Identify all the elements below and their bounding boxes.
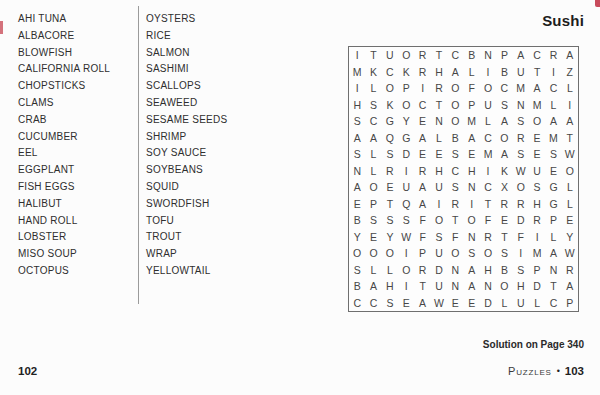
grid-cell[interactable]: P bbox=[464, 97, 480, 114]
grid-cell[interactable]: I bbox=[480, 163, 496, 180]
word-list-item: SQUID bbox=[146, 179, 227, 196]
page-number-left: 102 bbox=[18, 365, 37, 377]
grid-cell[interactable]: O bbox=[496, 278, 512, 295]
grid-cell[interactable]: C bbox=[382, 64, 398, 81]
grid-cell[interactable]: R bbox=[513, 130, 529, 147]
grid-cell[interactable]: N bbox=[464, 179, 480, 196]
grid-cell[interactable]: O bbox=[398, 47, 414, 64]
word-list-item: CALIFORNIA ROLL bbox=[18, 61, 110, 78]
grid-cell[interactable]: L bbox=[562, 179, 578, 196]
grid-cell[interactable]: T bbox=[414, 278, 430, 295]
grid-cell[interactable]: G bbox=[382, 113, 398, 130]
grid-cell[interactable]: A bbox=[562, 47, 578, 64]
grid-cell[interactable]: M bbox=[513, 80, 529, 97]
grid-cell[interactable]: A bbox=[513, 47, 529, 64]
grid-cell[interactable]: A bbox=[545, 113, 561, 130]
grid-cell[interactable]: A bbox=[545, 245, 561, 262]
grid-cell[interactable]: D bbox=[529, 278, 545, 295]
grid-cell[interactable]: Q bbox=[398, 196, 414, 213]
grid-cell[interactable]: H bbox=[349, 97, 365, 114]
grid-cell[interactable]: O bbox=[464, 212, 480, 229]
grid-cell[interactable]: I bbox=[349, 47, 365, 64]
grid-cell[interactable]: O bbox=[447, 97, 463, 114]
word-list-item: SHRIMP bbox=[146, 129, 227, 146]
grid-cell[interactable]: W bbox=[513, 163, 529, 180]
grid-cell[interactable]: Y bbox=[382, 229, 398, 246]
grid-cell[interactable]: P bbox=[414, 245, 430, 262]
grid-cell[interactable]: L bbox=[365, 163, 381, 180]
grid-cell[interactable]: C bbox=[365, 113, 381, 130]
scan-edge-mark-top-right bbox=[595, 0, 600, 7]
grid-cell[interactable]: H bbox=[513, 278, 529, 295]
word-list-item: LOBSTER bbox=[18, 229, 110, 246]
grid-cell[interactable]: A bbox=[464, 130, 480, 147]
grid-cell[interactable]: R bbox=[480, 229, 496, 246]
grid-cell[interactable]: S bbox=[382, 212, 398, 229]
grid-cell[interactable]: O bbox=[365, 179, 381, 196]
grid-cell[interactable]: N bbox=[464, 229, 480, 246]
grid-cell[interactable]: Q bbox=[382, 130, 398, 147]
grid-cell[interactable]: H bbox=[480, 262, 496, 279]
grid-cell[interactable]: E bbox=[464, 295, 480, 312]
grid-cell[interactable]: M bbox=[529, 245, 545, 262]
grid-cell[interactable]: A bbox=[529, 80, 545, 97]
word-list-item: EGGPLANT bbox=[18, 162, 110, 179]
grid-cell[interactable]: A bbox=[464, 278, 480, 295]
grid-cell[interactable]: O bbox=[447, 113, 463, 130]
grid-cell[interactable]: F bbox=[414, 212, 430, 229]
grid-cell[interactable]: K bbox=[496, 163, 512, 180]
footer-bullet: • bbox=[557, 366, 560, 376]
grid-cell[interactable]: M bbox=[545, 130, 561, 147]
grid-cell[interactable]: W bbox=[562, 245, 578, 262]
grid-cell[interactable]: N bbox=[545, 262, 561, 279]
grid-cell[interactable]: S bbox=[447, 179, 463, 196]
grid-cell[interactable]: A bbox=[414, 196, 430, 213]
grid-cell[interactable]: A bbox=[464, 262, 480, 279]
grid-cell[interactable]: A bbox=[414, 130, 430, 147]
grid-cell[interactable]: H bbox=[431, 64, 447, 81]
word-list-item: RICE bbox=[146, 28, 227, 45]
grid-cell[interactable]: S bbox=[529, 179, 545, 196]
grid-cell[interactable]: I bbox=[398, 245, 414, 262]
grid-cell[interactable]: E bbox=[562, 212, 578, 229]
grid-cell[interactable]: R bbox=[431, 80, 447, 97]
grid-cell[interactable]: B bbox=[464, 47, 480, 64]
grid-cell[interactable]: A bbox=[365, 278, 381, 295]
grid-cell[interactable]: O bbox=[431, 212, 447, 229]
grid-cell[interactable]: O bbox=[447, 80, 463, 97]
puzzles-label: Puzzles bbox=[508, 365, 552, 377]
grid-cell[interactable]: A bbox=[562, 113, 578, 130]
word-list-item: CUCUMBER bbox=[18, 129, 110, 146]
grid-cell[interactable]: O bbox=[496, 130, 512, 147]
grid-cell[interactable]: M bbox=[529, 97, 545, 114]
grid-cell[interactable]: B bbox=[349, 278, 365, 295]
grid-cell[interactable]: F bbox=[414, 229, 430, 246]
grid-cell[interactable]: R bbox=[414, 163, 430, 180]
grid-cell[interactable]: C bbox=[414, 97, 430, 114]
grid-cell[interactable]: T bbox=[431, 97, 447, 114]
grid-cell[interactable]: T bbox=[545, 278, 561, 295]
grid-cell[interactable]: I bbox=[431, 196, 447, 213]
grid-cell[interactable]: I bbox=[562, 97, 578, 114]
word-list-column-2: OYSTERSRICESALMONSASHIMISCALLOPSSEAWEEDS… bbox=[146, 11, 227, 280]
grid-cell[interactable]: R bbox=[562, 262, 578, 279]
grid-cell[interactable]: O bbox=[529, 113, 545, 130]
grid-cell[interactable]: A bbox=[349, 179, 365, 196]
grid-cell[interactable]: L bbox=[464, 64, 480, 81]
grid-cell[interactable]: P bbox=[365, 196, 381, 213]
grid-cell[interactable]: G bbox=[398, 130, 414, 147]
grid-cell[interactable]: C bbox=[545, 295, 561, 312]
grid-cell[interactable]: I bbox=[349, 80, 365, 97]
scan-edge-mark-left bbox=[0, 21, 3, 34]
grid-cell[interactable]: R bbox=[513, 196, 529, 213]
grid-cell[interactable]: E bbox=[382, 179, 398, 196]
grid-cell[interactable]: S bbox=[349, 262, 365, 279]
grid-cell[interactable]: S bbox=[496, 245, 512, 262]
grid-cell[interactable]: O bbox=[447, 245, 463, 262]
grid-cell[interactable]: D bbox=[513, 212, 529, 229]
grid-cell[interactable]: F bbox=[480, 212, 496, 229]
grid-cell[interactable]: E bbox=[365, 229, 381, 246]
grid-cell[interactable]: O bbox=[398, 97, 414, 114]
grid-cell[interactable]: R bbox=[447, 196, 463, 213]
word-list-item: SALMON bbox=[146, 45, 227, 62]
word-list-item: CLAMS bbox=[18, 95, 110, 112]
grid-cell[interactable]: T bbox=[562, 130, 578, 147]
grid-cell[interactable]: C bbox=[447, 47, 463, 64]
grid-cell[interactable]: S bbox=[365, 212, 381, 229]
word-list-item: SOYBEANS bbox=[146, 162, 227, 179]
grid-cell[interactable]: M bbox=[480, 146, 496, 163]
grid-cell[interactable]: A bbox=[349, 130, 365, 147]
grid-cell[interactable]: I bbox=[398, 163, 414, 180]
word-list-item: SWORDFISH bbox=[146, 196, 227, 213]
grid-cell[interactable]: H bbox=[382, 278, 398, 295]
grid-cell[interactable]: S bbox=[513, 113, 529, 130]
word-list-item: TOFU bbox=[146, 213, 227, 230]
grid-cell[interactable]: Y bbox=[398, 113, 414, 130]
grid-cell[interactable]: L bbox=[382, 262, 398, 279]
grid-cell[interactable]: C bbox=[349, 295, 365, 312]
grid-cell[interactable]: N bbox=[431, 113, 447, 130]
grid-cell[interactable]: K bbox=[398, 64, 414, 81]
word-list-item: OCTOPUS bbox=[18, 263, 110, 280]
grid-cell[interactable]: N bbox=[480, 278, 496, 295]
grid-cell[interactable]: U bbox=[480, 97, 496, 114]
grid-cell[interactable]: P bbox=[529, 262, 545, 279]
word-list-item: YELLOWTAIL bbox=[146, 263, 227, 280]
grid-cell[interactable]: D bbox=[431, 262, 447, 279]
grid-cell[interactable]: F bbox=[447, 229, 463, 246]
grid-cell[interactable]: R bbox=[382, 163, 398, 180]
grid-cell[interactable]: I bbox=[513, 245, 529, 262]
grid-cell[interactable]: A bbox=[365, 130, 381, 147]
grid-cell[interactable]: O bbox=[398, 262, 414, 279]
word-list-item: ALBACORE bbox=[18, 28, 110, 45]
grid-cell[interactable]: A bbox=[496, 146, 512, 163]
grid-cell[interactable]: T bbox=[447, 212, 463, 229]
grid-cell[interactable]: R bbox=[545, 47, 561, 64]
grid-cell[interactable]: L bbox=[545, 229, 561, 246]
grid-cell[interactable]: G bbox=[545, 196, 561, 213]
grid-cell[interactable]: T bbox=[365, 47, 381, 64]
grid-cell[interactable]: F bbox=[513, 229, 529, 246]
book-page-spread: AHI TUNAALBACOREBLOWFISHCALIFORNIA ROLLC… bbox=[0, 0, 600, 395]
word-list-item: OYSTERS bbox=[146, 11, 227, 28]
word-list-item: WRAP bbox=[146, 246, 227, 263]
grid-cell[interactable]: W bbox=[562, 146, 578, 163]
grid-cell[interactable]: E bbox=[529, 130, 545, 147]
grid-cell[interactable]: P bbox=[545, 212, 561, 229]
grid-cell[interactable]: U bbox=[431, 278, 447, 295]
grid-cell[interactable]: Z bbox=[562, 64, 578, 81]
grid-cell[interactable]: O bbox=[562, 163, 578, 180]
grid-cell[interactable]: C bbox=[480, 179, 496, 196]
grid-cell[interactable]: N bbox=[513, 97, 529, 114]
grid-cell[interactable]: O bbox=[480, 80, 496, 97]
grid-cell[interactable]: E bbox=[529, 146, 545, 163]
grid-cell[interactable]: O bbox=[382, 245, 398, 262]
grid-cell[interactable]: S bbox=[545, 146, 561, 163]
page-footer-right: Puzzles • 103 bbox=[508, 365, 584, 377]
grid-cell[interactable]: P bbox=[398, 80, 414, 97]
grid-cell[interactable]: N bbox=[447, 278, 463, 295]
word-list-item: CRAB bbox=[18, 112, 110, 129]
grid-cell[interactable]: D bbox=[480, 295, 496, 312]
grid-cell[interactable]: R bbox=[496, 196, 512, 213]
grid-cell[interactable]: S bbox=[447, 146, 463, 163]
grid-cell[interactable]: S bbox=[496, 97, 512, 114]
grid-cell[interactable]: E bbox=[464, 146, 480, 163]
grid-cell[interactable]: L bbox=[496, 295, 512, 312]
grid-cell[interactable]: O bbox=[382, 80, 398, 97]
grid-cell[interactable]: H bbox=[464, 163, 480, 180]
grid-cell[interactable]: K bbox=[382, 97, 398, 114]
grid-cell[interactable]: A bbox=[414, 179, 430, 196]
grid-cell[interactable]: U bbox=[529, 163, 545, 180]
grid-cell[interactable]: H bbox=[529, 196, 545, 213]
grid-cell[interactable]: E bbox=[398, 295, 414, 312]
grid-cell[interactable]: W bbox=[398, 229, 414, 246]
grid-cell[interactable]: O bbox=[480, 245, 496, 262]
grid-cell[interactable]: E bbox=[414, 113, 430, 130]
grid-cell[interactable]: C bbox=[447, 163, 463, 180]
word-list-item: TROUT bbox=[146, 229, 227, 246]
grid-cell[interactable]: R bbox=[529, 212, 545, 229]
grid-cell[interactable]: T bbox=[480, 196, 496, 213]
grid-cell[interactable]: U bbox=[382, 47, 398, 64]
grid-cell[interactable]: N bbox=[480, 47, 496, 64]
word-list-item: SCALLOPS bbox=[146, 78, 227, 95]
grid-cell[interactable]: A bbox=[414, 295, 430, 312]
grid-cell[interactable]: E bbox=[349, 196, 365, 213]
word-list-item: HALIBUT bbox=[18, 196, 110, 213]
grid-cell[interactable]: E bbox=[414, 146, 430, 163]
grid-cell[interactable]: C bbox=[529, 47, 545, 64]
grid-cell[interactable]: A bbox=[447, 64, 463, 81]
grid-cell[interactable]: I bbox=[398, 278, 414, 295]
grid-cell[interactable]: G bbox=[545, 179, 561, 196]
grid-cell[interactable]: T bbox=[431, 47, 447, 64]
grid-cell[interactable]: L bbox=[529, 295, 545, 312]
puzzle-title: Sushi bbox=[542, 12, 584, 29]
grid-cell[interactable]: O bbox=[349, 245, 365, 262]
grid-cell[interactable]: U bbox=[513, 64, 529, 81]
grid-cell[interactable]: S bbox=[382, 295, 398, 312]
grid-cell[interactable]: L bbox=[365, 146, 381, 163]
grid-cell[interactable]: B bbox=[447, 130, 463, 147]
grid-cell[interactable]: N bbox=[447, 262, 463, 279]
grid-cell[interactable]: S bbox=[398, 212, 414, 229]
word-list-column-1: AHI TUNAALBACOREBLOWFISHCALIFORNIA ROLLC… bbox=[18, 11, 110, 280]
grid-cell[interactable]: M bbox=[349, 64, 365, 81]
grid-cell[interactable]: U bbox=[431, 179, 447, 196]
grid-cell[interactable]: I bbox=[529, 229, 545, 246]
grid-cell[interactable]: L bbox=[365, 262, 381, 279]
grid-cell[interactable]: D bbox=[398, 146, 414, 163]
grid-cell[interactable]: I bbox=[464, 196, 480, 213]
grid-cell[interactable]: U bbox=[431, 245, 447, 262]
grid-cell[interactable]: S bbox=[365, 97, 381, 114]
grid-cell[interactable]: F bbox=[464, 80, 480, 97]
word-list-item: SEAWEED bbox=[146, 95, 227, 112]
word-list-item: SASHIMI bbox=[146, 61, 227, 78]
grid-cell[interactable]: E bbox=[496, 212, 512, 229]
word-list-item: HAND ROLL bbox=[18, 213, 110, 230]
grid-cell[interactable]: R bbox=[414, 47, 430, 64]
grid-cell[interactable]: R bbox=[414, 64, 430, 81]
grid-cell[interactable]: S bbox=[513, 262, 529, 279]
grid-cell[interactable]: M bbox=[464, 113, 480, 130]
grid-cell[interactable]: S bbox=[349, 113, 365, 130]
grid-cell[interactable]: L bbox=[365, 80, 381, 97]
grid-cell[interactable]: S bbox=[513, 146, 529, 163]
grid-cell[interactable]: E bbox=[545, 163, 561, 180]
word-list-item: MISO SOUP bbox=[18, 246, 110, 263]
grid-cell[interactable]: U bbox=[398, 179, 414, 196]
word-list-item: BLOWFISH bbox=[18, 45, 110, 62]
grid-cell[interactable]: I bbox=[414, 80, 430, 97]
grid-cell[interactable]: C bbox=[480, 130, 496, 147]
grid-cell[interactable]: P bbox=[496, 47, 512, 64]
grid-cell[interactable]: O bbox=[513, 179, 529, 196]
grid-cell[interactable]: L bbox=[562, 196, 578, 213]
grid-cell[interactable]: N bbox=[349, 163, 365, 180]
grid-cell[interactable]: W bbox=[431, 295, 447, 312]
word-list-item: FISH EGGS bbox=[18, 179, 110, 196]
grid-cell[interactable]: C bbox=[496, 80, 512, 97]
grid-cell[interactable]: Y bbox=[349, 229, 365, 246]
grid-cell[interactable]: I bbox=[545, 64, 561, 81]
grid-cell[interactable]: S bbox=[349, 146, 365, 163]
word-list-item: SESAME SEEDS bbox=[146, 112, 227, 129]
grid-cell[interactable]: T bbox=[529, 64, 545, 81]
grid-cell[interactable]: S bbox=[382, 146, 398, 163]
word-search-grid: ITUORTCBNPACRAMKCKRHALIBUTIZILOPIROFOCMA… bbox=[348, 46, 579, 312]
grid-cell[interactable]: O bbox=[365, 245, 381, 262]
solution-note: Solution on Page 340 bbox=[483, 339, 584, 350]
grid-cell[interactable]: B bbox=[496, 262, 512, 279]
grid-cell[interactable]: B bbox=[349, 212, 365, 229]
word-list-item: SOY SAUCE bbox=[146, 145, 227, 162]
grid-cell[interactable]: L bbox=[562, 80, 578, 97]
word-list-divider bbox=[138, 6, 139, 304]
grid-cell[interactable]: S bbox=[431, 229, 447, 246]
grid-cell[interactable]: U bbox=[513, 295, 529, 312]
grid-cell[interactable]: L bbox=[480, 113, 496, 130]
grid-cell[interactable]: I bbox=[480, 64, 496, 81]
grid-cell[interactable]: E bbox=[431, 146, 447, 163]
grid-cell[interactable]: E bbox=[447, 295, 463, 312]
grid-cell[interactable]: S bbox=[464, 245, 480, 262]
word-list-item: EEL bbox=[18, 145, 110, 162]
grid-cell[interactable]: K bbox=[365, 64, 381, 81]
grid-cell[interactable]: A bbox=[496, 113, 512, 130]
grid-cell[interactable]: T bbox=[496, 229, 512, 246]
grid-cell[interactable]: P bbox=[562, 295, 578, 312]
grid-cell[interactable]: Y bbox=[562, 229, 578, 246]
grid-cell[interactable]: C bbox=[545, 80, 561, 97]
grid-cell[interactable]: L bbox=[545, 97, 561, 114]
grid-cell[interactable]: B bbox=[496, 64, 512, 81]
grid-cell[interactable]: R bbox=[414, 262, 430, 279]
word-list-item: AHI TUNA bbox=[18, 11, 110, 28]
word-list-item: CHOPSTICKS bbox=[18, 78, 110, 95]
grid-cell[interactable]: A bbox=[562, 278, 578, 295]
page-number-right: 103 bbox=[565, 365, 584, 377]
grid-cell[interactable]: L bbox=[431, 130, 447, 147]
grid-cell[interactable]: T bbox=[382, 196, 398, 213]
grid-cell[interactable]: H bbox=[431, 163, 447, 180]
grid-cell[interactable]: C bbox=[365, 295, 381, 312]
grid-cell[interactable]: X bbox=[496, 179, 512, 196]
